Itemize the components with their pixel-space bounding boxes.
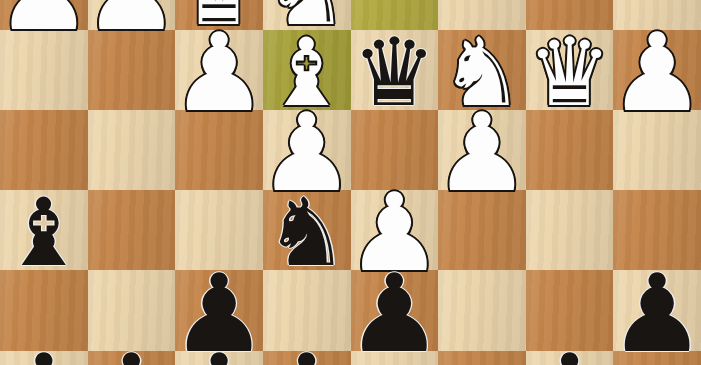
piece-black-pawn-b7[interactable]: ♟ (521, 354, 618, 365)
square-b5[interactable] (526, 190, 614, 270)
square-g4[interactable] (88, 110, 176, 190)
square-b7[interactable]: ♟ (526, 351, 614, 365)
square-f3[interactable]: ♟ (175, 30, 263, 110)
chess-board: ♟♟♛♞♟♝♛♞♛♟♟♟♝♞♟♟♟♟♟♟♟♟♟ (0, 0, 701, 365)
square-c4[interactable]: ♟ (438, 110, 526, 190)
square-e5[interactable]: ♞ (263, 190, 351, 270)
piece-black-pawn-d6[interactable]: ♟ (346, 274, 443, 354)
piece-white-queen-b3[interactable]: ♛ (527, 33, 611, 113)
piece-black-pawn-e7[interactable]: ♟ (258, 354, 355, 365)
chess-board-viewport: ♟♟♛♞♟♝♛♞♛♟♟♟♝♞♟♟♟♟♟♟♟♟♟ (0, 0, 701, 365)
square-b3[interactable]: ♛ (526, 30, 614, 110)
square-c7[interactable] (438, 351, 526, 365)
piece-white-pawn-f3[interactable]: ♟ (171, 33, 268, 113)
square-h5[interactable]: ♝ (0, 190, 88, 270)
square-h7[interactable]: ♟ (0, 351, 88, 365)
square-a3[interactable]: ♟ (613, 30, 701, 110)
piece-white-pawn-h2[interactable]: ♟ (0, 0, 92, 32)
piece-black-bishop-h5[interactable]: ♝ (2, 193, 86, 273)
square-g5[interactable] (88, 190, 176, 270)
square-d6[interactable]: ♟ (351, 270, 439, 350)
piece-black-pawn-g7[interactable]: ♟ (83, 354, 180, 365)
piece-white-pawn-a3[interactable]: ♟ (609, 33, 701, 113)
square-e7[interactable]: ♟ (263, 351, 351, 365)
square-g7[interactable]: ♟ (88, 351, 176, 365)
square-g2[interactable]: ♟ (88, 0, 176, 30)
square-f7[interactable]: ♟ (175, 351, 263, 365)
square-c6[interactable] (438, 270, 526, 350)
piece-black-knight-e5[interactable]: ♞ (265, 193, 349, 273)
piece-black-queen-d3[interactable]: ♛ (352, 33, 436, 113)
square-a6[interactable]: ♟ (613, 270, 701, 350)
square-d3[interactable]: ♛ (351, 30, 439, 110)
piece-white-pawn-c4[interactable]: ♟ (434, 113, 531, 193)
piece-white-pawn-g2[interactable]: ♟ (83, 0, 180, 32)
piece-black-pawn-a6[interactable]: ♟ (609, 274, 701, 354)
piece-black-pawn-f7[interactable]: ♟ (171, 354, 268, 365)
piece-black-pawn-h7[interactable]: ♟ (0, 354, 92, 365)
square-h2[interactable]: ♟ (0, 0, 88, 30)
